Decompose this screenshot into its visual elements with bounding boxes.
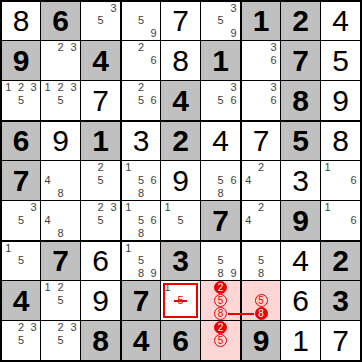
cell-r7c9[interactable]: 2 [321,242,360,280]
cell-r1c4[interactable]: 59 [122,2,160,40]
candidate-grid: 24 [242,161,280,200]
cell-r2c8[interactable]: 7 [281,41,320,80]
candidate-4: 4 [242,214,255,227]
candidate-5: 5 [54,294,67,307]
candidate-8: 8 [135,187,148,200]
candidate-6: 6 [347,174,360,187]
cell-r1c2[interactable]: 6 [41,2,80,40]
candidate-5: 5 [135,174,148,187]
candidate-grid: 15 [2,242,40,280]
cell-r8c3[interactable]: 9 [81,281,120,320]
solved-digit: 7 [81,81,120,120]
candidate-grid: 15 [161,281,200,320]
candidate-5: 5 [135,15,148,28]
candidate-8: 8 [135,227,148,240]
given-digit: 8 [281,81,320,120]
candidate-1: 1 [2,81,15,94]
candidate-grid: 1589 [122,242,160,280]
cell-r6c9[interactable]: 16 [321,201,360,240]
candidate-1: 1 [41,81,54,94]
cell-r7c5[interactable]: 3 [161,242,200,280]
given-digit: 1 [242,2,280,40]
solved-digit: 1 [281,321,320,360]
candidate-5: 5 [54,94,67,107]
candidate-1: 1 [122,161,135,174]
cell-r8c2[interactable]: 125 [41,281,80,320]
candidate-9: 9 [227,267,240,280]
candidate-grid: 48 [41,201,80,240]
cell-r8c8[interactable]: 6 [281,281,320,320]
cell-r2c4[interactable]: 26 [122,41,160,80]
cell-r1c9[interactable]: 4 [321,2,360,40]
solved-digit: 4 [281,242,320,280]
candidate-4: 4 [242,174,255,187]
candidate-5: 5 [255,255,268,268]
candidate-8: 8 [214,187,227,200]
cell-r8c6[interactable]: 258 [201,281,240,320]
solved-digit: 7 [321,321,360,360]
cell-r7c4[interactable]: 1589 [122,242,160,280]
candidate-grid: 36 [242,81,280,120]
candidate-grid: 35 [2,201,40,240]
given-digit: 7 [122,281,160,320]
candidate-grid: 235 [2,321,40,360]
candidate-2: 2 [135,41,148,54]
cell-r2c2[interactable]: 23 [41,41,80,80]
cell-r9c9[interactable]: 7 [321,321,360,360]
candidate-8: 8 [214,267,227,280]
candidate-grid: 356 [201,81,240,120]
candidate-3: 3 [227,2,240,15]
given-digit: 7 [2,161,40,200]
candidate-1: 1 [122,201,135,214]
candidate-8: 8 [54,227,67,240]
candidate-grid: 16 [321,161,360,200]
solved-digit: 6 [81,242,120,280]
cell-r1c7[interactable]: 1 [242,2,280,40]
candidate-grid: 36 [242,41,280,80]
candidate-5-circled: 5 [214,334,227,347]
cell-r7c3[interactable]: 6 [81,242,120,280]
cell-r8c7[interactable]: 58 [242,281,280,320]
cell-r6c7[interactable]: 24 [242,201,280,240]
solved-digit: 6 [281,281,320,320]
cell-r7c7[interactable]: 58 [242,242,280,280]
candidate-3: 3 [67,41,80,54]
candidate-5: 5 [174,214,187,227]
candidate-3: 3 [107,201,120,214]
given-digit: 2 [161,122,200,160]
cell-r3c6[interactable]: 356 [201,81,240,120]
cell-r2c1[interactable]: 9 [2,41,40,80]
cell-r6c2[interactable]: 48 [41,201,80,240]
given-digit: 7 [201,201,240,240]
candidate-grid: 235 [41,321,80,360]
candidate-5: 5 [135,94,148,107]
candidate-8: 8 [54,187,67,200]
candidate-5: 5 [214,94,227,107]
cell-r4c7[interactable]: 7 [242,122,280,160]
solved-digit: 8 [2,2,40,40]
given-digit: 1 [81,122,120,160]
candidate-6: 6 [147,214,160,227]
candidate-grid: 256 [122,81,160,120]
candidate-grid: 1235 [2,81,40,120]
candidate-5: 5 [15,255,28,268]
candidate-6: 6 [227,174,240,187]
candidate-grid: 258 [201,281,240,320]
candidate-1: 1 [161,281,174,294]
candidate-grid: 235 [81,201,120,240]
given-digit: 5 [281,122,320,160]
candidate-9: 9 [147,27,160,40]
candidate-3: 3 [267,41,280,54]
candidate-2: 2 [54,41,67,54]
candidate-1: 1 [2,242,15,255]
candidate-3: 3 [27,201,40,214]
solved-digit: 8 [161,41,200,80]
cell-r6c4[interactable]: 1568 [122,201,160,240]
candidate-grid: 35 [81,2,120,40]
cell-r1c5[interactable]: 7 [161,2,200,40]
cell-r4c9[interactable]: 8 [321,122,360,160]
candidate-6: 6 [147,174,160,187]
cell-r5c9[interactable]: 16 [321,161,360,200]
given-digit: 4 [122,321,160,360]
candidate-2: 2 [94,201,107,214]
candidate-8-circled: 8 [214,307,227,320]
solved-digit: 3 [122,122,160,160]
candidate-6: 6 [147,54,160,67]
cell-r2c6[interactable]: 1 [201,41,240,80]
candidate-2: 2 [15,81,28,94]
candidate-6: 6 [267,94,280,107]
solved-digit: 9 [161,161,200,200]
candidate-grid: 25 [201,321,240,360]
candidate-5: 5 [214,255,227,268]
cell-r5c2[interactable]: 48 [41,161,80,200]
candidate-5-eliminated: 5 [174,294,187,307]
given-digit: 9 [2,41,40,80]
candidate-grid: 568 [201,161,240,200]
candidate-8: 8 [135,267,148,280]
cell-r3c5[interactable]: 4 [161,81,200,120]
cell-r1c3[interactable]: 35 [81,2,120,40]
cell-r4c8[interactable]: 5 [281,122,320,160]
solved-digit: 5 [321,41,360,80]
given-digit: 3 [321,281,360,320]
candidate-5: 5 [135,255,148,268]
candidate-1: 1 [161,201,174,214]
candidate-1: 1 [321,201,334,214]
candidate-grid: 1568 [122,161,160,200]
cell-r7c2[interactable]: 7 [41,242,80,280]
candidate-grid: 359 [201,2,240,40]
cell-r9c6[interactable]: 25 [201,321,240,360]
solved-digit: 7 [161,2,200,40]
cell-r9c8[interactable]: 1 [281,321,320,360]
candidate-2: 2 [54,321,67,334]
given-digit: 7 [41,242,80,280]
candidate-1: 1 [122,242,135,255]
cell-r8c4[interactable]: 7 [122,281,160,320]
candidate-2: 2 [255,161,268,174]
given-digit: 1 [201,41,240,80]
solved-digit: 3 [281,161,320,200]
candidate-grid: 15 [161,201,200,240]
candidate-6: 6 [347,214,360,227]
candidate-grid: 589 [201,242,240,280]
cell-r6c5[interactable]: 15 [161,201,200,240]
candidate-2: 2 [135,81,148,94]
candidate-5: 5 [214,15,227,28]
cell-r4c2[interactable]: 9 [41,122,80,160]
solved-digit: 7 [242,122,280,160]
candidate-5: 5 [135,214,148,227]
candidate-5: 5 [214,174,227,187]
cell-r3c9[interactable]: 9 [321,81,360,120]
candidate-3: 3 [67,81,80,94]
solved-digit: 9 [41,122,80,160]
cell-r3c7[interactable]: 36 [242,81,280,120]
candidate-9: 9 [227,27,240,40]
candidate-6: 6 [147,94,160,107]
candidate-5: 5 [15,94,28,107]
candidate-2-filled: 2 [214,281,227,294]
solved-digit: 8 [321,122,360,160]
cell-r2c5[interactable]: 8 [161,41,200,80]
candidate-5-circled: 5 [255,294,268,307]
candidate-3: 3 [227,81,240,94]
cell-r9c3[interactable]: 8 [81,321,120,360]
candidate-2: 2 [54,81,67,94]
candidate-grid: 48 [41,161,80,200]
cell-r7c8[interactable]: 4 [281,242,320,280]
cell-r9c5[interactable]: 6 [161,321,200,360]
cell-r6c3[interactable]: 235 [81,201,120,240]
cell-r9c2[interactable]: 235 [41,321,80,360]
given-digit: 6 [41,2,80,40]
candidate-6: 6 [267,54,280,67]
given-digit: 4 [81,41,120,80]
cell-r4c1[interactable]: 6 [2,122,40,160]
candidate-grid: 58 [242,281,280,320]
solved-digit: 9 [81,281,120,320]
candidate-grid: 16 [321,201,360,240]
given-digit: 7 [281,41,320,80]
cell-r5c7[interactable]: 24 [242,161,280,200]
given-digit: 2 [321,242,360,280]
cell-r5c1[interactable]: 7 [2,161,40,200]
solved-digit: 4 [201,122,240,160]
candidate-9: 9 [147,267,160,280]
candidate-2-filled: 2 [214,321,227,334]
cell-r9c1[interactable]: 235 [2,321,40,360]
candidate-3: 3 [267,81,280,94]
cell-r6c6[interactable]: 7 [201,201,240,240]
cell-r4c6[interactable]: 4 [201,122,240,160]
cell-r1c1[interactable]: 8 [2,2,40,40]
cell-r3c2[interactable]: 1235 [41,81,80,120]
given-digit: 4 [2,281,40,320]
candidate-grid: 1235 [41,81,80,120]
cell-r8c5[interactable]: 15 [161,281,200,320]
given-digit: 8 [81,321,120,360]
cell-r3c3[interactable]: 7 [81,81,120,120]
solved-digit: 9 [321,81,360,120]
cell-r6c8[interactable]: 9 [281,201,320,240]
cell-r3c1[interactable]: 1235 [2,81,40,120]
candidate-5-circled: 5 [214,294,227,307]
cell-r4c3[interactable]: 1 [81,122,120,160]
candidate-4: 4 [41,174,54,187]
cell-r5c3[interactable]: 25 [81,161,120,200]
candidate-8-filled: 8 [255,307,268,320]
cell-r7c6[interactable]: 589 [201,242,240,280]
solved-digit: 4 [321,2,360,40]
candidate-2: 2 [15,321,28,334]
given-digit: 2 [281,2,320,40]
cell-r9c4[interactable]: 4 [122,321,160,360]
cell-r3c4[interactable]: 256 [122,81,160,120]
candidate-grid: 58 [242,242,280,280]
cell-r5c6[interactable]: 568 [201,161,240,200]
candidate-grid: 26 [122,41,160,80]
cell-r3c8[interactable]: 8 [281,81,320,120]
cell-r2c9[interactable]: 5 [321,41,360,80]
candidate-5: 5 [15,214,28,227]
cell-r4c5[interactable]: 2 [161,122,200,160]
candidate-3: 3 [107,2,120,15]
cell-r8c9[interactable]: 3 [321,281,360,320]
candidate-5: 5 [94,174,107,187]
cell-r5c8[interactable]: 3 [281,161,320,200]
given-digit: 6 [2,122,40,160]
cell-r5c4[interactable]: 1568 [122,161,160,200]
candidate-2: 2 [54,281,67,294]
candidate-2: 2 [255,201,268,214]
candidate-grid: 25 [81,161,120,200]
candidate-4: 4 [41,214,54,227]
cell-r6c1[interactable]: 35 [2,201,40,240]
cell-r9c7[interactable]: 9 [242,321,280,360]
candidate-5: 5 [15,334,28,347]
given-digit: 3 [161,242,200,280]
candidate-5: 5 [94,15,107,28]
given-digit: 6 [161,321,200,360]
cell-r1c6[interactable]: 359 [201,2,240,40]
candidate-grid: 59 [122,2,160,40]
given-digit: 9 [242,321,280,360]
candidate-5: 5 [94,214,107,227]
candidate-3: 3 [27,81,40,94]
given-digit: 9 [281,201,320,240]
candidate-3: 3 [27,321,40,334]
given-digit: 4 [161,81,200,120]
candidate-1: 1 [41,281,54,294]
candidate-8: 8 [255,267,268,280]
cell-r2c7[interactable]: 36 [242,41,280,80]
candidate-grid: 23 [41,41,80,80]
cell-r1c8[interactable]: 2 [281,2,320,40]
cell-r5c5[interactable]: 9 [161,161,200,200]
candidate-grid: 1568 [122,201,160,240]
cell-r2c3[interactable]: 4 [81,41,120,80]
cell-r4c4[interactable]: 3 [122,122,160,160]
candidate-6: 6 [227,94,240,107]
candidate-2: 2 [94,161,107,174]
cell-r7c1[interactable]: 15 [2,242,40,280]
candidate-grid: 125 [41,281,80,320]
cell-r8c1[interactable]: 4 [2,281,40,320]
candidate-1: 1 [321,161,334,174]
candidate-5: 5 [54,334,67,347]
candidate-grid: 24 [242,201,280,240]
candidate-3: 3 [67,321,80,334]
sudoku-board: 8635597359124923426813675123512357256435… [0,0,362,362]
